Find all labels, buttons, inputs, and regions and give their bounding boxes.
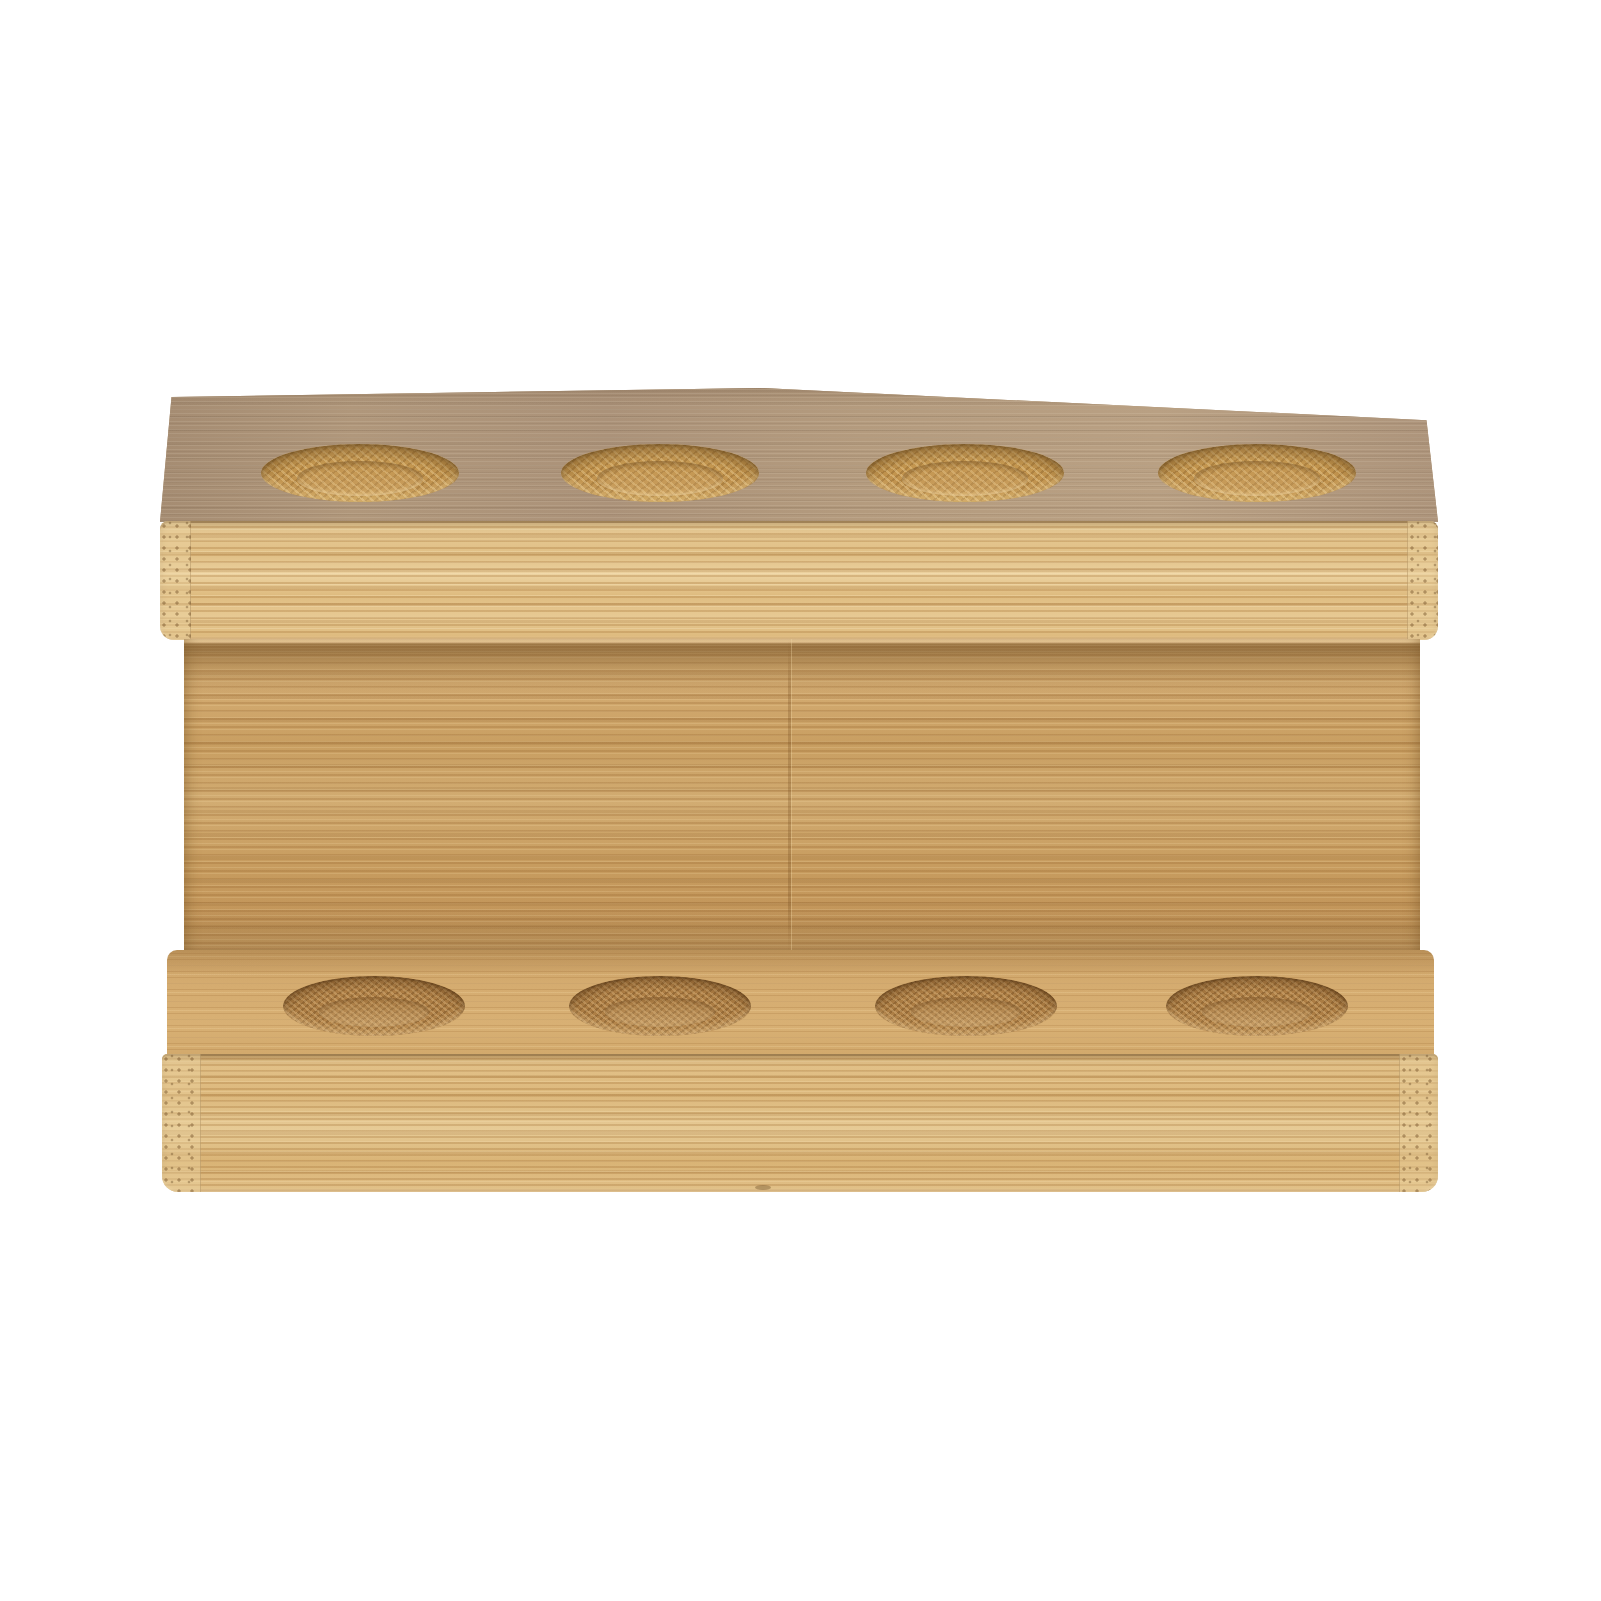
bottle-recess-4 [1166, 976, 1348, 1036]
bottle-recess-3 [875, 976, 1057, 1036]
bottle-hole-4 [1158, 444, 1356, 502]
end-grain-top-right [1407, 521, 1438, 640]
bamboo-stand [0, 0, 1601, 1601]
end-grain-bottom-left [162, 1054, 201, 1192]
bottle-hole-3 [866, 444, 1064, 502]
bottle-hole-1 [261, 444, 459, 502]
bottle-recess-2 [569, 976, 751, 1036]
wood-seam [788, 639, 791, 952]
product-photo [0, 0, 1601, 1601]
end-grain-top-left [160, 521, 191, 640]
end-grain-bottom-right [1399, 1054, 1438, 1192]
wood-nick [755, 1185, 771, 1190]
top-tier-surface [160, 388, 1438, 522]
lower-tier-front-edge [162, 1054, 1438, 1192]
bottle-recess-1 [283, 976, 465, 1036]
bottle-hole-2 [561, 444, 759, 502]
middle-panel [184, 639, 1420, 952]
lower-tier-surface [167, 950, 1434, 1056]
top-tier-front-edge [160, 521, 1438, 640]
